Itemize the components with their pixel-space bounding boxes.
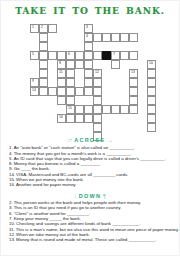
crossword-cell[interactable] [93, 105, 102, 114]
crossword-cell[interactable] [93, 33, 102, 42]
clue-across-16: 16.Another word for paper money. [4, 182, 176, 187]
clue-number: 6 [68, 52, 70, 56]
pointing-hand-icon: ☞ [67, 137, 72, 143]
crossword-cell[interactable] [39, 78, 48, 87]
crossword-black-cell [102, 51, 111, 60]
clue-number: 13 [131, 70, 135, 74]
clue-number: 16 [59, 115, 63, 119]
clue-number: 14. [9, 171, 15, 176]
crossword-cell[interactable] [147, 78, 156, 87]
clue-number: 12 [95, 70, 99, 74]
crossword-cell[interactable] [66, 96, 75, 105]
across-clue-list: 1.An "auto bank" or "cash station" is al… [4, 145, 176, 187]
crossword-cell[interactable] [57, 51, 66, 60]
crossword-cell[interactable] [93, 51, 102, 60]
crossword-cell[interactable]: 4 [84, 33, 93, 42]
clue-number: 15 [68, 106, 72, 110]
clue-number: 8. [9, 161, 13, 166]
crossword-cell[interactable] [84, 114, 93, 123]
clue-text: "Client" is another word for _________. [14, 210, 90, 215]
crossword-cell[interactable] [48, 87, 57, 96]
crossword-cell[interactable] [84, 42, 93, 51]
crossword-cell[interactable]: 3 [84, 24, 93, 33]
crossword-cell[interactable]: 10 [147, 60, 156, 69]
crossword-cell[interactable] [147, 96, 156, 105]
right-arrow-icon: → [107, 137, 113, 143]
crossword-cell[interactable] [147, 123, 156, 132]
crossword-cell[interactable] [66, 87, 75, 96]
crossword-cell[interactable] [84, 87, 93, 96]
crossword-cell[interactable] [39, 51, 48, 60]
crossword-cell[interactable] [147, 87, 156, 96]
crossword-cell[interactable] [66, 60, 75, 69]
crossword-cell[interactable]: 8 [57, 60, 66, 69]
clue-text: Go ____ the bank. [14, 166, 50, 171]
crossword-cell[interactable]: 13 [129, 69, 138, 78]
crossword-cell[interactable] [57, 78, 66, 87]
crossword-cell[interactable]: 1 [30, 24, 39, 33]
crossword-cell[interactable] [120, 51, 129, 60]
clue-number: 4. [9, 150, 13, 155]
pilcrow-icon: ¶ [103, 192, 106, 198]
clue-text: When we take money out of the bank. [16, 232, 90, 237]
clue-number: 1. [9, 145, 13, 150]
crossword-cell[interactable] [84, 78, 93, 87]
crossword-cell[interactable] [84, 51, 93, 60]
clue-number: 8 [59, 61, 61, 65]
crossword-cell[interactable] [75, 105, 84, 114]
crossword-grid: 12345678101112139141516 [30, 24, 156, 141]
clue-text: VISA, Mastercard and BC-cards are all __… [16, 171, 128, 176]
clue-number: 1 [32, 25, 34, 29]
clue-number: 10. [9, 221, 15, 226]
clue-number: 11. [9, 226, 15, 231]
down-header-label: DOWN [79, 192, 101, 198]
crossword-cell[interactable] [111, 105, 120, 114]
crossword-cell[interactable] [102, 105, 111, 114]
clue-text: Money that is round and made of metal. T… [16, 237, 157, 242]
clue-number: 7. [9, 216, 13, 221]
crossword-cell[interactable] [129, 105, 138, 114]
clue-number: 2 [41, 25, 43, 29]
crossword-cell[interactable] [39, 42, 48, 51]
crossword-cell[interactable]: 9 [30, 78, 39, 87]
clue-text: Checking and savings are different kinds… [16, 221, 140, 226]
crossword-cell[interactable] [57, 87, 66, 96]
clue-number: 3 [86, 25, 88, 29]
clue-number: 9 [32, 79, 34, 83]
down-clue-list: 2.This person works at the bank and help… [4, 200, 176, 242]
crossword-cell[interactable] [39, 33, 48, 42]
crossword-cell[interactable] [111, 60, 120, 69]
across-header-label: ACROSS [74, 137, 105, 143]
crossword-cell[interactable] [39, 87, 48, 96]
crossword-cell[interactable] [75, 114, 84, 123]
crossword-cell[interactable] [66, 78, 75, 87]
clue-text: Another word for paper money. [16, 182, 76, 187]
crossword-cell[interactable] [93, 123, 102, 132]
across-header: ☞ACROSS→ [4, 137, 176, 144]
crossword-cell[interactable] [129, 87, 138, 96]
crossword-cell[interactable]: 12 [93, 69, 102, 78]
crossword-cell[interactable] [147, 114, 156, 123]
crossword-cell[interactable] [48, 24, 57, 33]
crossword-cell[interactable] [93, 87, 102, 96]
crossword-cell[interactable] [39, 60, 48, 69]
crossword-cell[interactable]: 15 [66, 105, 75, 114]
crossword-cell[interactable] [129, 96, 138, 105]
down-header: ↓DOWN¶ [4, 192, 176, 198]
clue-text: Money that you borrow is called a ______… [14, 161, 102, 166]
clue-text: This is an ID that you need if you go to… [14, 205, 122, 210]
crossword-cell[interactable] [66, 114, 75, 123]
clue-text: The money that you get for a month's wor… [14, 150, 132, 155]
crossword-cell[interactable] [84, 60, 93, 69]
crossword-cell[interactable] [102, 33, 111, 42]
clue-number: 3. [9, 205, 13, 210]
crossword-cell[interactable] [120, 105, 129, 114]
clue-number: 6. [9, 210, 13, 215]
crossword-cell[interactable] [39, 69, 48, 78]
clue-text: An ID card that says that you can legall… [14, 156, 166, 161]
crossword-cell[interactable] [66, 69, 75, 78]
crossword-cell[interactable]: 7 [111, 51, 120, 60]
clue-number: 9. [9, 166, 13, 171]
crossword-cell[interactable] [147, 105, 156, 114]
clue-down-13: 13.Money that is round and made of metal… [4, 237, 176, 242]
crossword-cell[interactable]: 16 [57, 114, 66, 123]
crossword-cell[interactable] [75, 87, 84, 96]
clue-text: This person works at the bank and helps … [14, 200, 142, 205]
clue-number: 11 [59, 70, 63, 74]
crossword-cell[interactable] [84, 69, 93, 78]
crossword-cell[interactable] [93, 114, 102, 123]
clue-number: 2. [9, 200, 13, 205]
crossword-cell[interactable] [48, 51, 57, 60]
crossword-cell[interactable] [111, 33, 120, 42]
clue-number: 16. [9, 182, 15, 187]
clue-text: Keep your money _____ the bank. [14, 216, 81, 221]
clue-number: 4 [86, 34, 88, 38]
crossword-cell[interactable] [129, 33, 138, 42]
clue-number: 5. [9, 156, 13, 161]
crossword-cell[interactable]: 14 [30, 87, 39, 96]
crossword-cell[interactable] [57, 96, 66, 105]
clue-text: When we put money into the bank. [16, 177, 84, 182]
crossword-cell[interactable] [147, 69, 156, 78]
crossword-cell[interactable] [93, 78, 102, 87]
clue-number: 15. [9, 177, 15, 182]
crossword-cell[interactable]: 11 [57, 69, 66, 78]
crossword-cell[interactable] [129, 51, 138, 60]
crossword-cell[interactable] [75, 51, 84, 60]
clue-number: 5 [32, 52, 34, 56]
crossword-cell[interactable] [75, 60, 84, 69]
crossword-cell[interactable] [93, 96, 102, 105]
crossword-cell[interactable]: 6 [66, 51, 75, 60]
crossword-cell[interactable]: 2 [39, 24, 48, 33]
page-title: TAKE IT TO THE BANK. [0, 6, 180, 16]
clues-section: ☞ACROSS→ 1.An "auto bank" or "cash stati… [4, 137, 180, 255]
down-arrow-icon: ↓ [74, 192, 77, 198]
crossword-cell[interactable] [120, 33, 129, 42]
crossword-cell[interactable] [84, 105, 93, 114]
clue-number: 12. [9, 232, 15, 237]
clue-text: An "auto bank" or "cash station" is also… [14, 145, 135, 150]
clue-text: This is a man's name, but we also use th… [16, 226, 179, 231]
crossword-cell[interactable] [129, 78, 138, 87]
clue-number: 10 [149, 61, 153, 65]
clue-number: 7 [113, 52, 115, 56]
clue-number: 13. [9, 237, 15, 242]
worksheet-page: { "game": "crossword", "title": "TAKE IT… [0, 0, 180, 256]
crossword-cell[interactable]: 5 [30, 51, 39, 60]
clue-number: 14 [32, 88, 36, 92]
